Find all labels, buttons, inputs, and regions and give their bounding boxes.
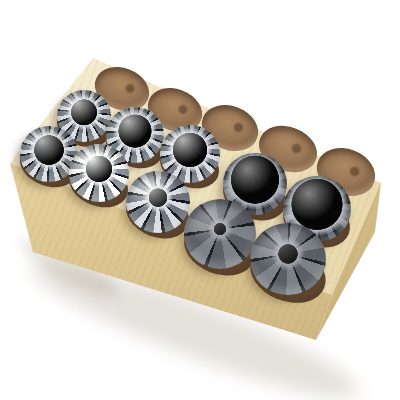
collet-row3-3 bbox=[126, 171, 190, 232]
collet-row3-4 bbox=[184, 199, 256, 268]
collet-set-photo bbox=[0, 0, 400, 400]
collet-row3-5 bbox=[250, 223, 326, 296]
collet-row3-2 bbox=[69, 144, 129, 202]
